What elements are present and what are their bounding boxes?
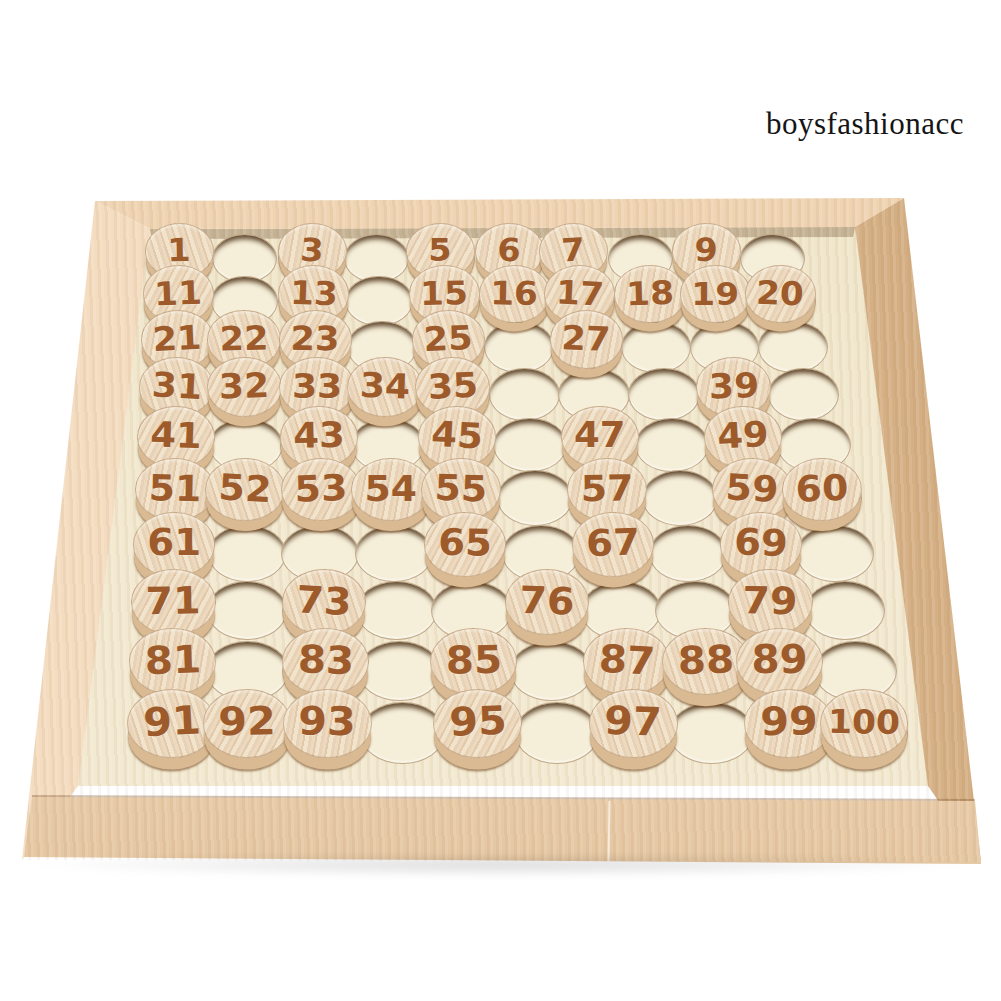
- board-hole[interactable]: [355, 525, 433, 582]
- board-hole[interactable]: [345, 276, 412, 326]
- disc-number: 81: [144, 640, 202, 680]
- number-disc[interactable]: 18: [614, 265, 685, 322]
- disc-number: 87: [598, 640, 656, 681]
- board-hole[interactable]: [805, 581, 885, 640]
- board-hole[interactable]: [207, 581, 287, 640]
- disc-number: 13: [289, 276, 338, 310]
- number-disc[interactable]: 60: [782, 458, 862, 521]
- disc-number: 92: [218, 703, 276, 743]
- disc-number: 71: [146, 582, 202, 621]
- disc-number: 52: [218, 469, 272, 508]
- board-hole[interactable]: [669, 702, 754, 764]
- disc-number: 76: [519, 581, 575, 620]
- disc-number: 9: [694, 234, 718, 266]
- disc-number: 49: [716, 417, 769, 455]
- disc-number: 69: [734, 524, 789, 563]
- disc-number: 60: [795, 470, 849, 508]
- number-disc[interactable]: 93: [283, 689, 372, 758]
- number-disc[interactable]: 76: [505, 569, 589, 635]
- disc-number: 45: [430, 417, 483, 455]
- disc-number: 21: [152, 320, 203, 356]
- board-hole[interactable]: [358, 641, 441, 701]
- product-photo: boysfashionacc 1356791113151617181920212…: [0, 0, 1001, 1001]
- number-disc[interactable]: 20: [745, 265, 816, 322]
- number-disc[interactable]: 59: [712, 458, 792, 521]
- disc-number: 95: [448, 702, 507, 743]
- disc-number: 59: [725, 469, 779, 508]
- disc-number: 1: [167, 234, 191, 266]
- board-hole[interactable]: [493, 418, 567, 473]
- number-disc[interactable]: 100: [820, 689, 909, 758]
- disc-number: 83: [297, 640, 355, 680]
- number-disc[interactable]: 61: [133, 512, 215, 576]
- number-disc[interactable]: 16: [479, 265, 550, 322]
- disc-number: 15: [420, 276, 468, 309]
- board-grid: 1356791113151617181920212223252731323334…: [0, 0, 1001, 1001]
- number-disc[interactable]: 52: [205, 458, 285, 521]
- disc-number: 67: [586, 524, 641, 563]
- board-hole[interactable]: [628, 368, 700, 421]
- number-disc[interactable]: 92: [203, 689, 292, 758]
- board-hole[interactable]: [489, 368, 561, 421]
- number-disc[interactable]: 85: [430, 628, 517, 695]
- number-disc[interactable]: 81: [129, 628, 216, 695]
- disc-number: 16: [490, 276, 538, 309]
- number-disc[interactable]: 19: [680, 265, 751, 322]
- board-hole[interactable]: [208, 525, 286, 582]
- number-disc[interactable]: 89: [736, 628, 823, 695]
- number-disc[interactable]: 95: [433, 689, 522, 758]
- board-hole[interactable]: [356, 581, 436, 640]
- disc-number: 100: [828, 706, 901, 740]
- disc-number: 43: [293, 418, 345, 454]
- disc-number: 18: [625, 276, 674, 310]
- disc-number: 97: [604, 702, 663, 743]
- disc-number: 20: [756, 276, 805, 310]
- number-disc[interactable]: 71: [131, 569, 215, 635]
- disc-number: 22: [219, 321, 269, 355]
- number-disc[interactable]: 34: [347, 357, 423, 417]
- disc-number: 89: [751, 641, 807, 679]
- disc-number: 54: [364, 471, 417, 507]
- disc-number: 35: [427, 368, 479, 405]
- disc-number: 99: [760, 703, 818, 743]
- disc-number: 47: [574, 419, 625, 454]
- disc-number: 11: [154, 276, 203, 310]
- disc-number: 73: [295, 581, 352, 621]
- number-disc[interactable]: 69: [720, 512, 802, 576]
- board-hole[interactable]: [510, 641, 593, 701]
- disc-number: 5: [428, 234, 451, 266]
- disc-number: 25: [423, 321, 473, 356]
- disc-number: 39: [708, 368, 759, 404]
- board-hole[interactable]: [758, 321, 827, 373]
- board-hole[interactable]: [768, 368, 840, 421]
- disc-number: 53: [294, 470, 348, 508]
- board-hole[interactable]: [796, 525, 874, 582]
- disc-number: 55: [434, 470, 488, 508]
- number-disc[interactable]: 53: [281, 458, 361, 521]
- number-disc[interactable]: 65: [424, 512, 506, 576]
- disc-number: 88: [677, 640, 735, 680]
- disc-number: 79: [743, 582, 799, 621]
- number-disc[interactable]: 79: [728, 569, 812, 635]
- board-hole[interactable]: [635, 418, 709, 473]
- disc-number: 65: [438, 525, 492, 563]
- disc-number: 93: [298, 703, 356, 743]
- number-disc[interactable]: 32: [207, 357, 283, 417]
- board-hole[interactable]: [515, 702, 600, 764]
- board-hole[interactable]: [484, 321, 553, 373]
- number-disc[interactable]: 73: [282, 569, 366, 635]
- board-hole[interactable]: [642, 470, 718, 526]
- board-hole[interactable]: [621, 321, 690, 373]
- board-hole[interactable]: [360, 702, 445, 764]
- number-disc[interactable]: 54: [351, 458, 431, 521]
- number-disc[interactable]: 67: [572, 512, 654, 576]
- disc-number: 6: [497, 234, 521, 267]
- disc-number: 33: [292, 369, 342, 403]
- board-hole[interactable]: [649, 525, 727, 582]
- disc-number: 61: [147, 525, 201, 562]
- disc-number: 57: [580, 470, 633, 507]
- board-hole[interactable]: [497, 470, 573, 526]
- disc-number: 34: [359, 368, 410, 404]
- disc-number: 31: [151, 368, 203, 405]
- disc-number: 27: [561, 321, 611, 356]
- disc-number: 3: [300, 234, 325, 267]
- disc-number: 85: [445, 641, 502, 680]
- disc-number: 23: [291, 321, 341, 355]
- disc-number: 7: [561, 234, 586, 267]
- disc-number: 51: [148, 470, 201, 507]
- number-disc[interactable]: 97: [589, 689, 678, 758]
- disc-number: 41: [149, 418, 202, 455]
- number-disc[interactable]: 83: [282, 628, 369, 695]
- disc-number: 19: [691, 277, 739, 310]
- number-disc[interactable]: 27: [550, 310, 623, 369]
- disc-number: 17: [555, 276, 604, 311]
- disc-number: 91: [142, 702, 201, 744]
- number-disc[interactable]: 87: [583, 628, 670, 695]
- disc-number: 32: [219, 368, 270, 404]
